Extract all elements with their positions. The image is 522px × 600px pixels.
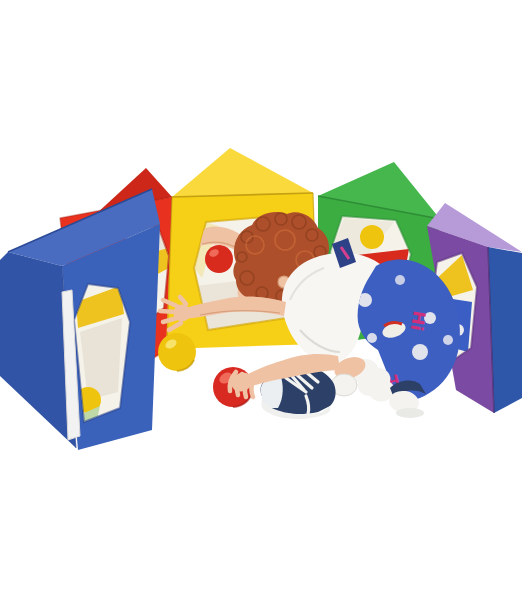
ball-inside-yellow (205, 245, 233, 273)
scene-photo: Hi Hi (0, 0, 522, 600)
ball-yellow-floor (158, 333, 196, 371)
ball-inside-green (360, 225, 384, 249)
overalls-print-h: Hi (407, 309, 430, 332)
photo-canvas: Hi Hi (0, 0, 522, 600)
